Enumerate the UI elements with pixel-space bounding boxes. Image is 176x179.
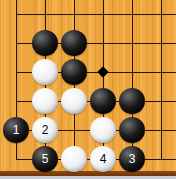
black-stone[interactable] — [90, 88, 116, 114]
white-stone[interactable] — [32, 88, 58, 114]
move-number-label: 3 — [129, 153, 136, 165]
table-background — [0, 176, 176, 179]
move-number-label: 2 — [42, 124, 49, 136]
black-stone[interactable] — [61, 59, 87, 85]
white-stone[interactable] — [61, 146, 87, 172]
black-stone[interactable] — [32, 30, 58, 56]
move-number-label: 1 — [13, 124, 20, 136]
black-stone[interactable] — [119, 117, 145, 143]
star-point-hoshi-icon — [97, 66, 108, 77]
black-stone-move-5[interactable]: 5 — [32, 146, 58, 172]
black-stone-move-1[interactable]: 1 — [3, 117, 29, 143]
go-board[interactable]: 12543 — [0, 0, 176, 171]
white-stone-move-4[interactable]: 4 — [90, 146, 116, 172]
go-diagram: 12543 — [0, 0, 176, 179]
black-stone-move-3[interactable]: 3 — [119, 146, 145, 172]
white-stone[interactable] — [32, 59, 58, 85]
white-stone-move-2[interactable]: 2 — [32, 117, 58, 143]
black-stone[interactable] — [61, 30, 87, 56]
white-stone[interactable] — [61, 88, 87, 114]
black-stone[interactable] — [119, 88, 145, 114]
stones-grid: 12543 — [2, 0, 176, 174]
move-number-label: 5 — [42, 153, 49, 165]
move-number-label: 4 — [100, 153, 107, 165]
white-stone[interactable] — [90, 117, 116, 143]
